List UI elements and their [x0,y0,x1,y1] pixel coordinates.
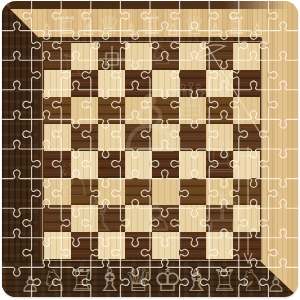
square-h5 [233,124,260,151]
square-g4 [206,151,233,178]
square-c2 [98,205,125,232]
square-h3 [233,178,260,205]
jigsaw-puzzle[interactable]: ♙♖♙♕♙♖♙♕♙♖♙ ♙♘♖♗♕♔♗♖♘♙ ♖♘♕♙♘♗♖♔♙ [2,1,298,297]
square-e5 [152,124,179,151]
square-a3 [44,178,71,205]
square-a4 [44,151,71,178]
square-e8 [152,43,179,70]
square-b6 [71,97,98,124]
square-f7 [179,70,206,97]
dark-wood-border-left [2,1,40,297]
square-d3 [125,178,152,205]
square-d5 [125,124,152,151]
square-d7 [125,70,152,97]
square-e1 [152,232,179,259]
square-d4 [125,151,152,178]
square-f5 [179,124,206,151]
chess-board [44,43,260,259]
square-b1 [71,232,98,259]
square-f3 [179,178,206,205]
square-g3 [206,178,233,205]
square-e2 [152,205,179,232]
square-g6 [206,97,233,124]
square-a6 [44,97,71,124]
square-c5 [98,124,125,151]
square-g2 [206,205,233,232]
square-f6 [179,97,206,124]
square-h7 [233,70,260,97]
square-h6 [233,97,260,124]
square-d6 [125,97,152,124]
square-h2 [233,205,260,232]
square-f8 [179,43,206,70]
square-g5 [206,124,233,151]
square-b5 [71,124,98,151]
square-c3 [98,178,125,205]
square-f2 [179,205,206,232]
square-g8 [206,43,233,70]
square-a1 [44,232,71,259]
square-g7 [206,70,233,97]
square-f4 [179,151,206,178]
square-b8 [71,43,98,70]
square-h4 [233,151,260,178]
square-e4 [152,151,179,178]
square-a5 [44,124,71,151]
square-d1 [125,232,152,259]
dark-wood-border-bottom [2,261,298,297]
square-g1 [206,232,233,259]
square-b4 [71,151,98,178]
square-h1 [233,232,260,259]
square-a8 [44,43,71,70]
square-e7 [152,70,179,97]
board-back-edge [2,1,298,9]
square-c8 [98,43,125,70]
square-c7 [98,70,125,97]
square-b3 [71,178,98,205]
square-c4 [98,151,125,178]
square-e3 [152,178,179,205]
square-f1 [179,232,206,259]
square-e6 [152,97,179,124]
square-h8 [233,43,260,70]
square-b2 [71,205,98,232]
square-c6 [98,97,125,124]
square-a7 [44,70,71,97]
square-d2 [125,205,152,232]
square-c1 [98,232,125,259]
square-d8 [125,43,152,70]
square-a2 [44,205,71,232]
square-b7 [71,70,98,97]
